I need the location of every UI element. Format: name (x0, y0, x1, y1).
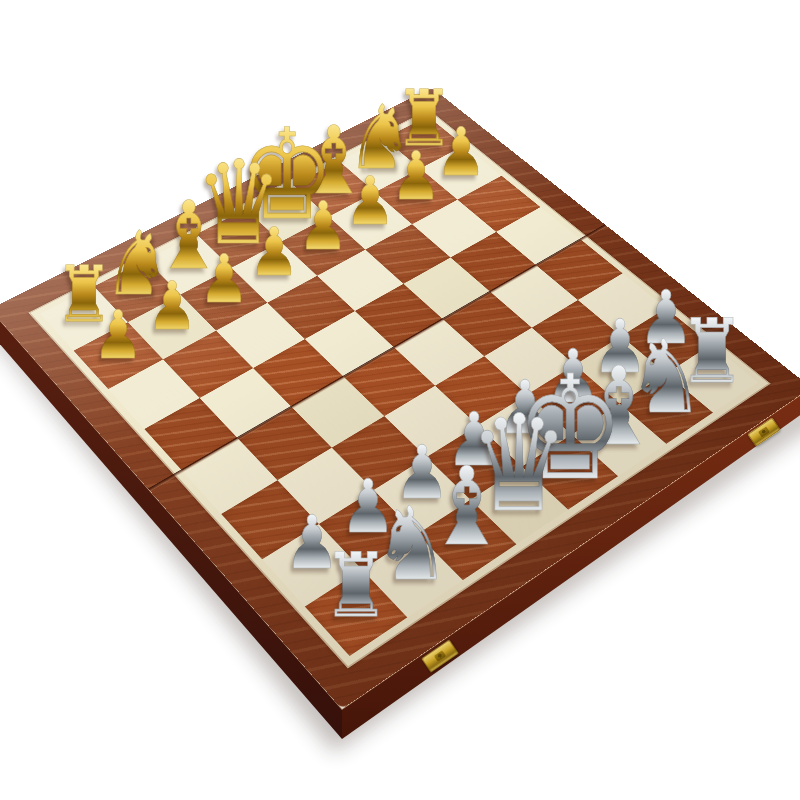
latch-keyhole (758, 426, 770, 437)
gold-pawn-e2[interactable]: ♟ (298, 192, 348, 259)
gold-pawn-g2[interactable]: ♟ (391, 143, 441, 210)
gold-pawn-b2[interactable]: ♟ (147, 273, 197, 340)
gold-pawn-f2[interactable]: ♟ (345, 167, 395, 234)
product-photo-stage: ♜♞♝♛♚♝♞♜♟♟♟♟♟♟♟♟♟♟♟♟♟♟♟♟♜♞♝♛♚♝♞♜ (0, 0, 800, 800)
gold-pawn-d2[interactable]: ♟ (249, 218, 299, 285)
latch-keyhole (434, 649, 447, 661)
gold-pawn-c2[interactable]: ♟ (199, 245, 249, 312)
gold-pawn-a2[interactable]: ♟ (93, 302, 143, 369)
gold-pawn-h2[interactable]: ♟ (436, 119, 486, 186)
silver-rook-a8[interactable]: ♜ (322, 541, 389, 630)
